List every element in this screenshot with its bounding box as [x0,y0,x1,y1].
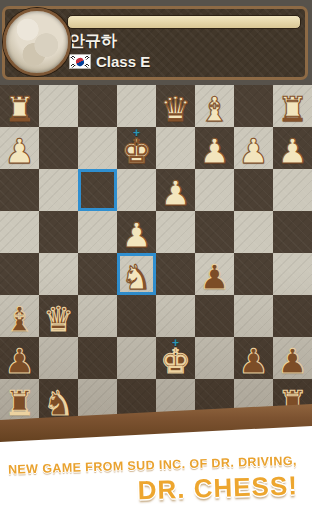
square-g6[interactable] [234,169,273,211]
square-f5[interactable] [195,211,234,253]
piece-white-rook[interactable]: ♜ [4,92,34,126]
square-a8[interactable]: ♜ [0,85,39,127]
flag-trigram [71,63,76,68]
piece-white-pawn[interactable]: ♟ [121,218,151,252]
square-g8[interactable] [234,85,273,127]
piece-white-pawn[interactable]: ♟ [277,134,307,168]
square-e5[interactable] [156,211,195,253]
square-c4[interactable] [78,253,117,295]
square-f2[interactable] [195,337,234,379]
square-b5[interactable] [39,211,78,253]
square-c7[interactable] [78,127,117,169]
square-f6[interactable] [195,169,234,211]
square-e3[interactable] [156,295,195,337]
square-f4[interactable]: ♟ [195,253,234,295]
piece-black-bishop[interactable]: ♝ [4,302,34,336]
square-a3[interactable]: ♝ [0,295,39,337]
square-h4[interactable] [273,253,312,295]
square-d7[interactable]: ♚+ [117,127,156,169]
piece-black-knight[interactable]: ♞ [43,386,73,420]
square-g7[interactable]: ♟ [234,127,273,169]
square-e8[interactable]: ♛ [156,85,195,127]
piece-white-rook[interactable]: ♜ [277,92,307,126]
square-d8[interactable] [117,85,156,127]
square-d4[interactable]: ♞ [117,253,156,295]
app-screen: 안규하 Class E ♜♛♝♜♟♚+♟♟♟♟♟♞♟♝♛♟♚+♟♟♜♞♜ NEW… [0,0,312,512]
king-cross-icon: + [172,336,179,350]
square-h3[interactable] [273,295,312,337]
square-f3[interactable] [195,295,234,337]
square-c6[interactable] [78,169,117,211]
square-d6[interactable] [117,169,156,211]
player-class-label: Class E [96,53,150,70]
piece-white-pawn[interactable]: ♟ [4,134,34,168]
square-a7[interactable]: ♟ [0,127,39,169]
square-h6[interactable] [273,169,312,211]
piece-white-queen[interactable]: ♛ [160,92,190,126]
square-d2[interactable] [117,337,156,379]
square-f7[interactable]: ♟ [195,127,234,169]
piece-white-pawn[interactable]: ♟ [238,134,268,168]
flag-trigram [85,55,90,60]
piece-black-pawn[interactable]: ♟ [238,344,268,378]
piece-white-bishop[interactable]: ♝ [199,92,229,126]
piece-black-rook[interactable]: ♜ [4,386,34,420]
square-f8[interactable]: ♝ [195,85,234,127]
player-panel-area: 안규하 Class E [0,0,312,85]
square-d5[interactable]: ♟ [117,211,156,253]
square-e6[interactable]: ♟ [156,169,195,211]
flag-trigram [85,63,90,68]
square-e7[interactable] [156,127,195,169]
piece-black-pawn[interactable]: ♟ [199,260,229,294]
piece-black-pawn[interactable]: ♟ [277,344,307,378]
piece-white-knight[interactable]: ♞ [121,260,151,294]
square-c8[interactable] [78,85,117,127]
square-a4[interactable] [0,253,39,295]
square-c5[interactable] [78,211,117,253]
player-class-row: Class E [69,53,150,70]
square-b6[interactable] [39,169,78,211]
square-e2[interactable]: ♚+ [156,337,195,379]
square-a1[interactable]: ♜ [0,379,39,421]
square-b4[interactable] [39,253,78,295]
square-h7[interactable]: ♟ [273,127,312,169]
square-d3[interactable] [117,295,156,337]
square-h8[interactable]: ♜ [273,85,312,127]
square-a6[interactable] [0,169,39,211]
player-name: 안규하 [69,31,117,52]
square-a5[interactable] [0,211,39,253]
square-g3[interactable] [234,295,273,337]
square-e4[interactable] [156,253,195,295]
square-g2[interactable]: ♟ [234,337,273,379]
square-c2[interactable] [78,337,117,379]
king-cross-icon: + [133,126,140,140]
square-b1[interactable]: ♞ [39,379,78,421]
square-g5[interactable] [234,211,273,253]
piece-white-pawn[interactable]: ♟ [160,176,190,210]
south-korea-flag-icon [69,54,91,69]
piece-black-pawn[interactable]: ♟ [4,344,34,378]
player-status-bar [67,15,301,29]
square-g4[interactable] [234,253,273,295]
square-h2[interactable]: ♟ [273,337,312,379]
square-b3[interactable]: ♛ [39,295,78,337]
player-avatar[interactable] [3,8,71,76]
flag-trigram [71,55,76,60]
square-b2[interactable] [39,337,78,379]
square-a2[interactable]: ♟ [0,337,39,379]
square-b8[interactable] [39,85,78,127]
square-c3[interactable] [78,295,117,337]
piece-black-queen[interactable]: ♛ [43,302,73,336]
square-b7[interactable] [39,127,78,169]
chess-board: ♜♛♝♜♟♚+♟♟♟♟♟♞♟♝♛♟♚+♟♟♜♞♜ [0,85,312,421]
piece-white-pawn[interactable]: ♟ [199,134,229,168]
square-h5[interactable] [273,211,312,253]
promo-banner-title: DR. CHESS! [0,470,298,510]
